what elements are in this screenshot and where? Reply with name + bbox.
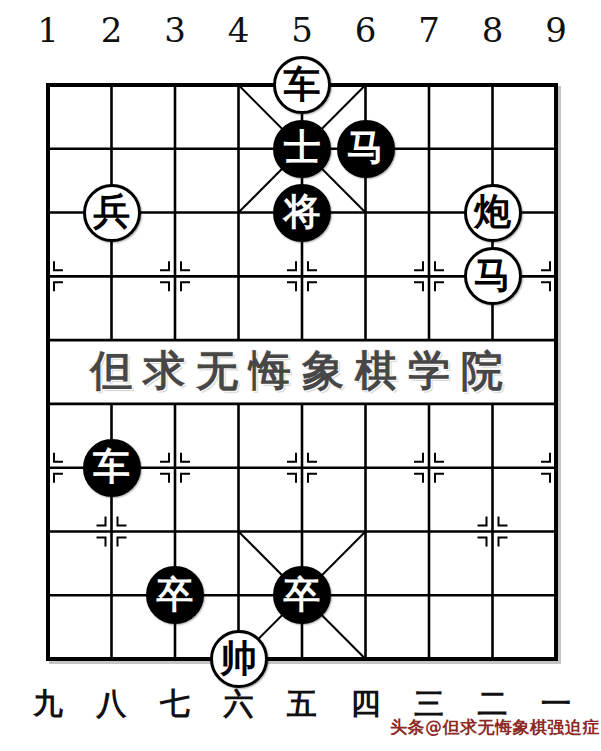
piece-glyph: 车 <box>93 448 130 485</box>
piece-black-king[interactable]: 将 <box>273 184 331 242</box>
file-label-bottom-4: 六 <box>224 684 254 724</box>
file-label-bottom-6: 四 <box>351 684 381 724</box>
piece-glyph: 将 <box>284 193 321 230</box>
file-label-bottom-2: 八 <box>97 684 127 724</box>
footer-watermark: 头条@但求无悔象棋强迫症 <box>390 716 600 739</box>
piece-glyph: 车 <box>284 66 321 103</box>
piece-black-pawn-1[interactable]: 卒 <box>146 566 204 624</box>
piece-black-horse[interactable]: 马 <box>337 120 395 178</box>
piece-glyph: 炮 <box>474 193 511 230</box>
piece-black-pawn-2[interactable]: 卒 <box>273 566 331 624</box>
piece-black-advisor[interactable]: 士 <box>273 120 331 178</box>
piece-glyph: 马 <box>347 129 384 166</box>
file-label-top-4: 4 <box>228 8 250 52</box>
piece-black-chariot[interactable]: 车 <box>83 439 141 497</box>
xiangqi-diagram: 123456789 但求无悔象棋学院 车士马兵将炮马车卒卒帅 九八七六五四三二一… <box>0 0 601 751</box>
file-label-top-2: 2 <box>101 8 123 52</box>
file-label-top-1: 1 <box>37 8 59 52</box>
file-label-top-8: 8 <box>482 8 504 52</box>
piece-glyph: 士 <box>284 129 321 166</box>
piece-glyph: 卒 <box>284 576 321 613</box>
file-label-top-9: 9 <box>545 8 567 52</box>
piece-red-king[interactable]: 帅 <box>210 630 268 688</box>
xiangqi-board: 但求无悔象棋学院 车士马兵将炮马车卒卒帅 <box>48 85 556 659</box>
file-label-top-6: 6 <box>355 8 377 52</box>
piece-red-pawn[interactable]: 兵 <box>83 184 141 242</box>
piece-red-horse[interactable]: 马 <box>464 247 522 305</box>
piece-glyph: 卒 <box>157 576 194 613</box>
file-label-bottom-5: 五 <box>287 684 317 724</box>
file-label-bottom-1: 九 <box>33 684 63 724</box>
river-watermark: 但求无悔象棋学院 <box>48 343 556 399</box>
piece-glyph: 兵 <box>93 193 130 230</box>
file-label-bottom-3: 七 <box>160 684 190 724</box>
piece-red-chariot[interactable]: 车 <box>273 56 331 114</box>
file-label-top-5: 5 <box>291 8 313 52</box>
piece-glyph: 马 <box>474 257 511 294</box>
file-label-top-3: 3 <box>164 8 186 52</box>
piece-red-cannon[interactable]: 炮 <box>464 184 522 242</box>
file-label-top-7: 7 <box>418 8 440 52</box>
piece-glyph: 帅 <box>220 640 257 677</box>
